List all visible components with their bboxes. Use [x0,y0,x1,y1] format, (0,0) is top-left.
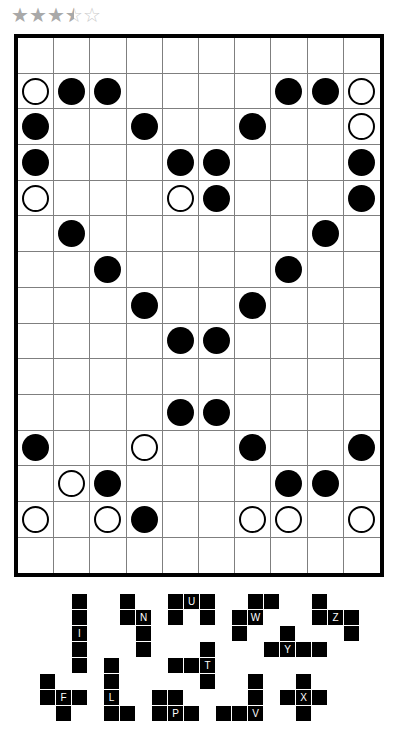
pentomino-t-square [168,658,183,673]
board-cell[interactable] [163,502,199,538]
white-circle-icon [22,78,49,105]
board-cell[interactable] [199,502,235,538]
board-cell[interactable] [90,252,126,288]
board-cell[interactable] [308,109,344,145]
board-cell[interactable] [271,109,307,145]
pentomino-x-square [312,690,327,705]
board-cell[interactable] [18,145,54,181]
pentomino-y-letter-square: Y [280,642,295,657]
board-cell[interactable] [18,216,54,252]
board-cell[interactable] [163,109,199,145]
pentomino-x-square [280,690,295,705]
black-circle-icon [131,506,158,533]
board-cell[interactable] [271,145,307,181]
pentomino-n-square [136,626,151,641]
black-circle-icon [239,434,266,461]
board-cell[interactable] [308,252,344,288]
board-cell[interactable] [344,145,380,181]
pentomino-y-square [264,642,279,657]
board-cell[interactable] [235,466,271,502]
board-cell[interactable] [90,288,126,324]
black-circle-icon [94,78,121,105]
black-circle-icon [312,220,339,247]
pentomino-l-square [104,658,119,673]
board-cell[interactable] [271,324,307,360]
black-circle-icon [348,149,375,176]
black-circle-icon [94,256,121,283]
pentomino-u-square [168,610,183,625]
board-cell[interactable] [18,181,54,217]
board-cell[interactable] [199,431,235,467]
pentomino-z-square [344,610,359,625]
board-cell[interactable] [344,466,380,502]
pentomino-t-letter-square: T [200,658,215,673]
pentomino-w-square [264,594,279,609]
pentomino-n-square [120,594,135,609]
black-circle-icon [275,78,302,105]
board-cell[interactable] [199,359,235,395]
board-cell[interactable] [163,395,199,431]
pentomino-l-square [104,674,119,689]
board-cell[interactable] [127,252,163,288]
board-cell[interactable] [163,538,199,574]
board-cell[interactable] [308,324,344,360]
board-cell[interactable] [18,395,54,431]
board-cell[interactable] [235,324,271,360]
pentomino-w-letter-square: W [248,610,263,625]
black-circle-icon [94,470,121,497]
pentomino-f-letter-square: F [56,690,71,705]
board-cell[interactable] [127,74,163,110]
pentomino-u-square [200,594,215,609]
board-cell[interactable] [163,145,199,181]
board-cell[interactable] [235,109,271,145]
white-circle-icon [94,506,121,533]
pentomino-p-square [168,690,183,705]
board-cell[interactable] [344,252,380,288]
black-circle-icon [167,327,194,354]
board-cell[interactable] [18,431,54,467]
setter-signature: INUWZYTFLPVX [40,594,360,722]
board-cell[interactable] [344,216,380,252]
pentomino-n-square [136,642,151,657]
board-cell[interactable] [127,109,163,145]
white-circle-icon [348,506,375,533]
white-circle-icon [131,434,158,461]
board-cell[interactable] [199,74,235,110]
board-cell[interactable] [235,502,271,538]
board-cell[interactable] [199,145,235,181]
board-cell[interactable] [308,216,344,252]
board-cell[interactable] [127,538,163,574]
pentomino-i-square [72,610,87,625]
board-cell[interactable] [199,538,235,574]
board-cell[interactable] [54,324,90,360]
board-cell[interactable] [308,395,344,431]
pentomino-f-square [40,690,55,705]
black-circle-icon [22,434,49,461]
white-circle-icon [22,506,49,533]
board-cell[interactable] [18,74,54,110]
black-circle-icon [348,185,375,212]
star-icon: ☆★ [65,2,83,28]
pentomino-p-letter-square: P [168,706,183,721]
board-cell[interactable] [271,538,307,574]
board-cell[interactable] [127,38,163,74]
black-circle-icon [22,149,49,176]
pentomino-p-square [152,706,167,721]
board-cell[interactable] [271,74,307,110]
half-star-fill: ★ [65,2,74,28]
pentomino-f-square [56,706,71,721]
pentomino-l-letter-square: L [104,690,119,705]
black-circle-icon [239,292,266,319]
board-cell[interactable] [344,109,380,145]
board-cell[interactable] [235,252,271,288]
board-cell[interactable] [308,466,344,502]
pentomino-z-square [312,594,327,609]
board-cell[interactable] [127,502,163,538]
board-cell[interactable] [199,181,235,217]
black-circle-icon [131,113,158,140]
pentomino-l-square [120,706,135,721]
board-cell[interactable] [344,288,380,324]
pentomino-i-letter-square: I [72,626,87,641]
board-cell[interactable] [344,74,380,110]
white-circle-icon [167,185,194,212]
board-cell[interactable] [18,324,54,360]
board-cell[interactable] [18,538,54,574]
pentomino-u-letter-square: U [184,594,199,609]
board-cell[interactable] [54,181,90,217]
board-cell[interactable] [344,502,380,538]
board-cell[interactable] [127,216,163,252]
white-circle-icon [348,78,375,105]
star-icon: ★ [47,2,65,28]
board-cell[interactable] [127,466,163,502]
board-cell[interactable] [163,74,199,110]
board-cell[interactable] [163,38,199,74]
pentomino-p-square [184,706,199,721]
board-cell[interactable] [344,324,380,360]
board-cell[interactable] [18,38,54,74]
board-cell[interactable] [163,466,199,502]
board-cell[interactable] [271,288,307,324]
pentomino-i-square [72,642,87,657]
board-cell[interactable] [127,359,163,395]
pentomino-w-square [232,626,247,641]
board-cell[interactable] [90,395,126,431]
black-circle-icon [203,327,230,354]
board-cell[interactable] [344,181,380,217]
pentomino-v-square [248,690,263,705]
board-cell[interactable] [90,38,126,74]
board-cell[interactable] [235,395,271,431]
board-cell[interactable] [54,109,90,145]
pentomino-u-square [168,594,183,609]
board-cell[interactable] [308,38,344,74]
board-cell[interactable] [235,359,271,395]
board-cell[interactable] [199,288,235,324]
board-cell[interactable] [271,395,307,431]
pentomino-w-square [232,610,247,625]
board-cell[interactable] [18,502,54,538]
pentomino-x-letter-square: X [296,690,311,705]
board-cell[interactable] [90,466,126,502]
board-cell[interactable] [344,431,380,467]
board-cell[interactable] [127,431,163,467]
board-cell[interactable] [271,216,307,252]
board-cell[interactable] [54,538,90,574]
board-cell[interactable] [235,74,271,110]
board-cell[interactable] [90,502,126,538]
board-cell[interactable] [235,288,271,324]
board-cell[interactable] [199,38,235,74]
board-cell[interactable] [199,395,235,431]
board-cell[interactable] [344,38,380,74]
pentomino-z-square [312,610,327,625]
black-circle-icon [275,470,302,497]
pentomino-f-square [72,690,87,705]
white-circle-icon [22,185,49,212]
pentomino-w-square [248,594,263,609]
black-circle-icon [275,256,302,283]
board-cell[interactable] [90,145,126,181]
board-cell[interactable] [271,502,307,538]
board-cell[interactable] [199,324,235,360]
star-icon: ★ [11,2,29,28]
board-cell[interactable] [308,74,344,110]
board-cell[interactable] [199,216,235,252]
puzzle-board [14,34,384,577]
board-cell[interactable] [18,359,54,395]
pentomino-p-square [152,690,167,705]
pentomino-z-square [344,626,359,641]
black-circle-icon [203,399,230,426]
board-cell[interactable] [54,431,90,467]
board-cell[interactable] [163,181,199,217]
pentomino-x-square [296,706,311,721]
pentomino-f-square [40,674,55,689]
black-circle-icon [203,149,230,176]
board-cell[interactable] [235,181,271,217]
pentomino-n-letter-square: N [136,610,151,625]
pentomino-v-letter-square: V [248,706,263,721]
board-cell[interactable] [90,216,126,252]
board-cell[interactable] [18,109,54,145]
pentomino-y-square [312,642,327,657]
board-cell[interactable] [199,466,235,502]
pentomino-n-square [120,610,135,625]
pentomino-z-letter-square: Z [328,610,343,625]
board-cell[interactable] [163,252,199,288]
black-circle-icon [203,185,230,212]
board-cell[interactable] [90,538,126,574]
board-cell[interactable] [308,538,344,574]
pentomino-i-square [72,594,87,609]
pentomino-y-square [280,626,295,641]
board-cell[interactable] [127,324,163,360]
black-circle-icon [167,399,194,426]
board-cell[interactable] [90,109,126,145]
pentomino-v-square [248,674,263,689]
board-cell[interactable] [90,359,126,395]
board-cell[interactable] [90,181,126,217]
pentomino-t-square [184,658,199,673]
black-circle-icon [131,292,158,319]
board-cell[interactable] [271,181,307,217]
board-cell[interactable] [127,181,163,217]
board-cell[interactable] [235,145,271,181]
board-cell[interactable] [18,252,54,288]
board-cell[interactable] [90,324,126,360]
pentomino-i-square [72,658,87,673]
board-cell[interactable] [235,538,271,574]
board-cell[interactable] [308,181,344,217]
board-cell[interactable] [344,359,380,395]
board-cell[interactable] [54,395,90,431]
star-icon: ☆ [83,2,101,28]
board-cell[interactable] [163,288,199,324]
black-circle-icon [58,220,85,247]
board-cell[interactable] [54,288,90,324]
board-cell[interactable] [18,466,54,502]
pentomino-v-square [232,706,247,721]
board-cell[interactable] [308,288,344,324]
black-circle-icon [58,78,85,105]
pentomino-v-square [216,706,231,721]
board-cell[interactable] [90,74,126,110]
pentomino-u-square [200,610,215,625]
board-cell[interactable] [271,252,307,288]
white-circle-icon [348,113,375,140]
board-cell[interactable] [199,252,235,288]
board-cell[interactable] [308,502,344,538]
board-cell[interactable] [344,538,380,574]
board-cell[interactable] [235,431,271,467]
white-circle-icon [239,506,266,533]
star-icon: ★ [29,2,47,28]
board-cell[interactable] [271,466,307,502]
board-cell[interactable] [54,38,90,74]
board-cell[interactable] [199,109,235,145]
board-cell[interactable] [127,145,163,181]
board-cell[interactable] [271,431,307,467]
board-cell[interactable] [54,252,90,288]
board-cell[interactable] [127,288,163,324]
board-cell[interactable] [54,74,90,110]
board-cell[interactable] [54,216,90,252]
black-circle-icon [167,149,194,176]
board-cell[interactable] [308,431,344,467]
board-cell[interactable] [163,431,199,467]
board-cell[interactable] [344,395,380,431]
board-cell[interactable] [235,38,271,74]
black-circle-icon [312,470,339,497]
board-cell[interactable] [163,216,199,252]
black-circle-icon [312,78,339,105]
board-cell[interactable] [235,216,271,252]
difficulty-stars: ★★★☆★☆ [11,2,101,28]
black-circle-icon [239,113,266,140]
pentomino-t-square [200,642,215,657]
pentomino-x-square [296,674,311,689]
board-cell[interactable] [271,359,307,395]
black-circle-icon [348,434,375,461]
pentomino-l-square [104,706,119,721]
board-cell[interactable] [271,38,307,74]
black-circle-icon [22,113,49,140]
white-circle-icon [275,506,302,533]
board-cell[interactable] [90,431,126,467]
white-circle-icon [58,470,85,497]
board-cell[interactable] [54,359,90,395]
board-cell[interactable] [54,466,90,502]
board-cell[interactable] [54,502,90,538]
board-cell[interactable] [127,395,163,431]
board-cell[interactable] [163,359,199,395]
pentomino-t-square [200,674,215,689]
board-cell[interactable] [163,324,199,360]
board-cell[interactable] [54,145,90,181]
pentomino-y-square [296,642,311,657]
board-cell[interactable] [308,359,344,395]
board-cell[interactable] [18,288,54,324]
board-cell[interactable] [308,145,344,181]
